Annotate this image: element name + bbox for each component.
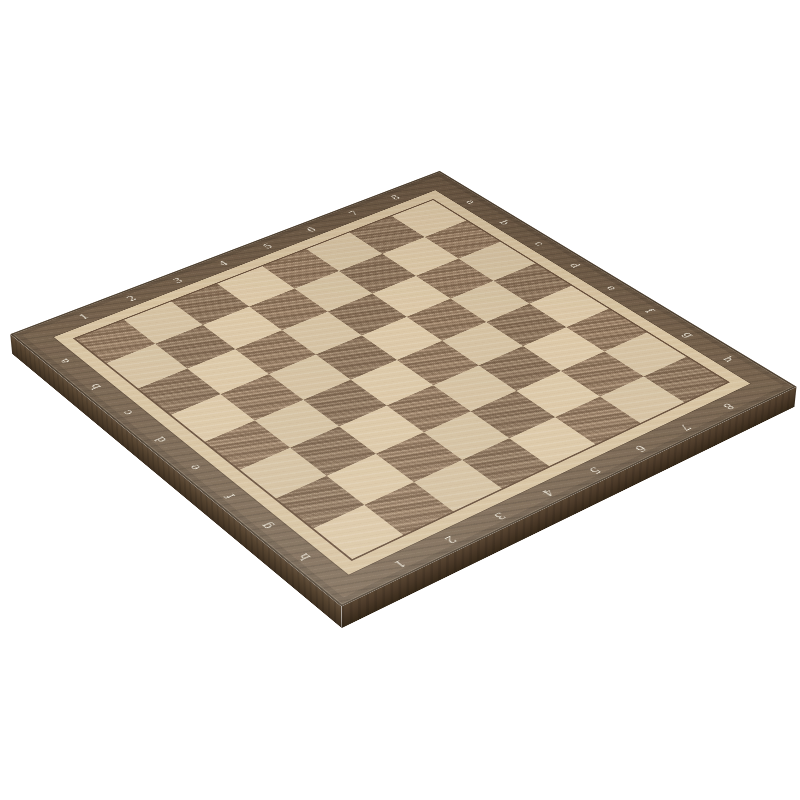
coord-rank-2-upper-left-edge: 2: [125, 294, 139, 302]
coord-file-e-lower-left-edge: e: [187, 463, 203, 472]
coord-rank-5-upper-left-edge: 5: [261, 242, 274, 249]
square-f4[interactable]: [387, 385, 471, 432]
square-g5[interactable]: [471, 391, 556, 438]
square-g6[interactable]: [516, 371, 600, 417]
square-g1[interactable]: [276, 476, 364, 528]
square-h6[interactable]: [555, 397, 640, 445]
square-h4[interactable]: [462, 438, 549, 488]
coord-file-e-upper-right-edge: e: [605, 284, 619, 291]
square-h3[interactable]: [414, 460, 502, 511]
coord-file-d-upper-right-edge: d: [568, 262, 582, 269]
square-g2[interactable]: [327, 454, 414, 505]
square-g3[interactable]: [376, 432, 462, 482]
square-h7[interactable]: [600, 376, 684, 423]
coord-rank-7-upper-left-edge: 7: [347, 210, 360, 217]
product-photo-background: aabbccddeeffgghh1122334455667788: [0, 0, 800, 800]
coord-rank-8-upper-left-edge: 8: [389, 194, 402, 201]
square-e4[interactable]: [351, 360, 434, 406]
coord-rank-8-lower-right-edge: 8: [720, 402, 736, 411]
coord-file-h-upper-right-edge: h: [721, 355, 736, 363]
square-c1[interactable]: [138, 369, 220, 415]
squares-grid: [73, 199, 730, 561]
coord-file-f-lower-left-edge: f: [223, 492, 238, 500]
square-e3[interactable]: [303, 380, 386, 427]
coord-rank-2-lower-right-edge: 2: [442, 534, 458, 544]
coord-rank-5-lower-right-edge: 5: [586, 465, 602, 475]
coord-file-c-lower-left-edge: c: [120, 409, 135, 417]
coord-file-b-lower-left-edge: b: [88, 382, 104, 390]
coord-rank-7-lower-right-edge: 7: [677, 422, 693, 431]
coord-rank-6-lower-right-edge: 6: [632, 444, 648, 453]
square-f5[interactable]: [433, 365, 516, 411]
square-h1[interactable]: [313, 505, 403, 559]
square-d2[interactable]: [221, 374, 304, 420]
coord-file-h-lower-left-edge: h: [296, 552, 313, 562]
coord-file-c-upper-right-edge: c: [533, 240, 547, 246]
square-h8[interactable]: [644, 357, 727, 402]
coord-rank-4-lower-right-edge: 4: [539, 488, 555, 498]
square-f2[interactable]: [290, 426, 376, 475]
square-f1[interactable]: [240, 448, 327, 499]
square-e2[interactable]: [255, 400, 339, 448]
coord-rank-3-lower-right-edge: 3: [491, 511, 507, 521]
coord-file-g-upper-right-edge: g: [681, 331, 696, 339]
coord-rank-4-upper-left-edge: 4: [217, 259, 230, 266]
coord-file-g-lower-left-edge: g: [258, 521, 275, 531]
coord-file-f-upper-right-edge: f: [644, 308, 656, 314]
square-g4[interactable]: [424, 411, 509, 460]
board-top-face: aabbccddeeffgghh1122334455667788: [10, 171, 796, 607]
coord-file-d-lower-left-edge: d: [153, 435, 169, 444]
coord-file-a-lower-left-edge: a: [57, 357, 72, 365]
square-d1[interactable]: [171, 394, 255, 442]
chess-board: aabbccddeeffgghh1122334455667788: [10, 171, 796, 607]
square-h2[interactable]: [364, 482, 453, 535]
square-f3[interactable]: [339, 406, 424, 454]
coord-file-b-upper-right-edge: b: [498, 219, 512, 226]
coord-file-a-upper-right-edge: a: [464, 199, 478, 205]
coord-rank-1-lower-right-edge: 1: [391, 558, 407, 569]
coord-rank-3-upper-left-edge: 3: [171, 277, 184, 285]
coord-rank-1-upper-left-edge: 1: [77, 312, 91, 320]
square-e1[interactable]: [205, 421, 290, 470]
coord-rank-6-upper-left-edge: 6: [305, 226, 318, 233]
square-d3[interactable]: [269, 355, 351, 400]
square-h5[interactable]: [509, 417, 595, 466]
